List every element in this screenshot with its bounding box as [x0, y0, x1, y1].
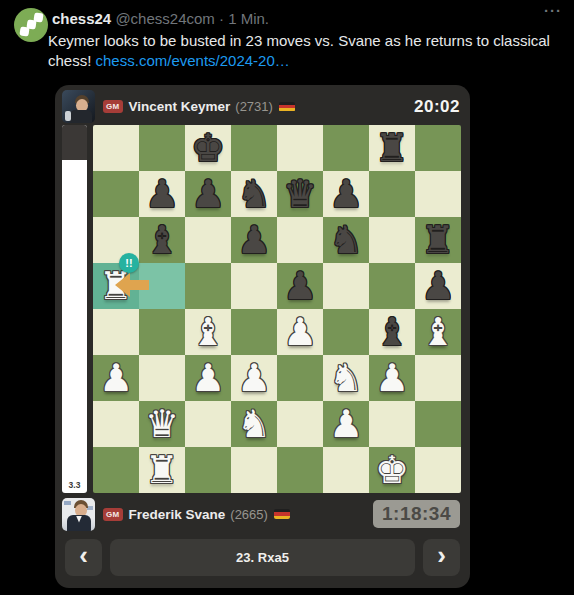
chess-broadcast-card[interactable]: GM Vincent Keymer (2731) 20:02 3.3 ♚♜♟♟♞… [55, 85, 470, 588]
top-player-rating: (2731) [235, 99, 273, 114]
piece-black-pawn[interactable]: ♟ [139, 171, 185, 217]
top-player-avatar [62, 90, 95, 123]
piece-black-pawn[interactable]: ♟ [231, 217, 277, 263]
piece-white-rook[interactable]: ♜ [139, 447, 185, 493]
piece-black-king[interactable]: ♚ [185, 125, 231, 171]
square-g1[interactable]: ♚ [369, 447, 415, 493]
square-g8[interactable]: ♜ [369, 125, 415, 171]
tweet-header: chess24 @chess24com · 1 Min. [52, 10, 269, 27]
previous-move-button[interactable]: ‹ [65, 539, 102, 576]
piece-white-rook[interactable]: ♜ [93, 263, 139, 309]
move-navigation: ‹ 23. Rxa5 › [65, 539, 460, 576]
square-b3[interactable] [139, 355, 185, 401]
board-zone: 3.3 ♚♜♟♟♞♛♟♝♟♞♜♜♟♟♝♟♝♝♟♟♟♞♟♛♞♟♜♚ !! [62, 125, 463, 493]
square-h8[interactable] [415, 125, 461, 171]
square-d8[interactable] [231, 125, 277, 171]
piece-white-pawn[interactable]: ♟ [93, 355, 139, 401]
square-a2[interactable] [93, 401, 139, 447]
square-e4[interactable]: ♟ [277, 309, 323, 355]
piece-white-pawn[interactable]: ♟ [369, 355, 415, 401]
square-c5[interactable] [185, 263, 231, 309]
square-g4[interactable]: ♝ [369, 309, 415, 355]
square-e3[interactable] [277, 355, 323, 401]
square-h3[interactable] [415, 355, 461, 401]
square-c2[interactable] [185, 401, 231, 447]
square-a3[interactable]: ♟ [93, 355, 139, 401]
square-a7[interactable] [93, 171, 139, 217]
piece-black-bishop[interactable]: ♝ [139, 217, 185, 263]
square-c7[interactable]: ♟ [185, 171, 231, 217]
gm-title-badge: GM [103, 508, 123, 521]
chevron-right-icon: › [437, 540, 446, 571]
piece-black-pawn[interactable]: ♟ [185, 171, 231, 217]
tweet-text: Keymer looks to be busted in 23 moves vs… [48, 31, 563, 71]
author-handle[interactable]: @chess24com [115, 10, 214, 27]
logo-step-icon [33, 12, 43, 22]
square-e6[interactable] [277, 217, 323, 263]
square-b8[interactable] [139, 125, 185, 171]
square-b4[interactable] [139, 309, 185, 355]
square-d1[interactable] [231, 447, 277, 493]
square-b5[interactable] [139, 263, 185, 309]
square-h4[interactable]: ♝ [415, 309, 461, 355]
tweet-link[interactable]: chess.com/events/2024-20… [96, 52, 290, 69]
piece-white-knight[interactable]: ♞ [231, 401, 277, 447]
piece-black-pawn[interactable]: ♟ [415, 263, 461, 309]
square-g7[interactable] [369, 171, 415, 217]
german-flag-icon [274, 509, 290, 519]
piece-black-rook[interactable]: ♜ [369, 125, 415, 171]
piece-white-pawn[interactable]: ♟ [323, 401, 369, 447]
piece-white-pawn[interactable]: ♟ [231, 355, 277, 401]
square-b7[interactable]: ♟ [139, 171, 185, 217]
piece-black-knight[interactable]: ♞ [323, 217, 369, 263]
square-e1[interactable] [277, 447, 323, 493]
square-d5[interactable] [231, 263, 277, 309]
square-h2[interactable] [415, 401, 461, 447]
evaluation-black-portion [62, 125, 87, 160]
square-b2[interactable]: ♛ [139, 401, 185, 447]
square-e7[interactable]: ♛ [277, 171, 323, 217]
piece-black-knight[interactable]: ♞ [231, 171, 277, 217]
square-h7[interactable] [415, 171, 461, 217]
square-d6[interactable]: ♟ [231, 217, 277, 263]
piece-white-pawn[interactable]: ♟ [277, 309, 323, 355]
bottom-player-name: Frederik Svane [129, 507, 226, 522]
piece-white-queen[interactable]: ♛ [139, 401, 185, 447]
top-player-bar: GM Vincent Keymer (2731) 20:02 [55, 88, 470, 125]
square-d7[interactable]: ♞ [231, 171, 277, 217]
piece-black-pawn[interactable]: ♟ [323, 171, 369, 217]
avatar-art [64, 501, 71, 505]
square-f6[interactable]: ♞ [323, 217, 369, 263]
evaluation-value: 3.3 [62, 480, 87, 490]
square-h6[interactable]: ♜ [415, 217, 461, 263]
square-h5[interactable]: ♟ [415, 263, 461, 309]
square-f2[interactable]: ♟ [323, 401, 369, 447]
square-e5[interactable]: ♟ [277, 263, 323, 309]
chess-board[interactable]: ♚♜♟♟♞♛♟♝♟♞♜♜♟♟♝♟♝♝♟♟♟♞♟♛♞♟♜♚ [93, 125, 461, 493]
square-f4[interactable] [323, 309, 369, 355]
square-g5[interactable] [369, 263, 415, 309]
piece-white-king[interactable]: ♚ [369, 447, 415, 493]
move-label: 23. Rxa5 [236, 550, 289, 565]
square-d2[interactable]: ♞ [231, 401, 277, 447]
chess24-logo-avatar[interactable] [14, 8, 48, 42]
square-d4[interactable] [231, 309, 277, 355]
square-f7[interactable]: ♟ [323, 171, 369, 217]
square-b6[interactable]: ♝ [139, 217, 185, 263]
square-a8[interactable] [93, 125, 139, 171]
square-g3[interactable]: ♟ [369, 355, 415, 401]
square-f1[interactable] [323, 447, 369, 493]
square-e2[interactable] [277, 401, 323, 447]
piece-white-bishop[interactable]: ♝ [185, 309, 231, 355]
square-c1[interactable] [185, 447, 231, 493]
piece-black-rook[interactable]: ♜ [415, 217, 461, 263]
piece-white-bishop[interactable]: ♝ [415, 309, 461, 355]
avatar-art [70, 110, 92, 123]
tweet-timestamp: 1 Min. [228, 10, 269, 27]
current-move-button[interactable]: 23. Rxa5 [110, 539, 415, 576]
square-a5[interactable]: ♜ [93, 263, 139, 309]
microphone-art [65, 111, 71, 121]
square-f8[interactable] [323, 125, 369, 171]
square-f3[interactable]: ♞ [323, 355, 369, 401]
evaluation-bar: 3.3 [62, 125, 87, 493]
piece-black-bishop[interactable]: ♝ [369, 309, 415, 355]
square-a4[interactable] [93, 309, 139, 355]
separator-dot: · [219, 10, 224, 27]
bottom-player-bar: GM Frederik Svane (2665) 1:18:34 [55, 494, 470, 534]
piece-white-pawn[interactable]: ♟ [185, 355, 231, 401]
square-h1[interactable] [415, 447, 461, 493]
german-flag-icon [279, 102, 295, 112]
square-c4[interactable]: ♝ [185, 309, 231, 355]
square-d3[interactable]: ♟ [231, 355, 277, 401]
gm-title-badge: GM [103, 100, 123, 113]
top-player-name: Vincent Keymer [129, 99, 231, 114]
square-b1[interactable]: ♜ [139, 447, 185, 493]
top-player-clock: 20:02 [414, 97, 460, 117]
next-move-button[interactable]: › [423, 539, 460, 576]
bottom-player-clock: 1:18:34 [373, 500, 460, 528]
author-name[interactable]: chess24 [52, 10, 111, 27]
more-options-icon[interactable]: ··· [544, 2, 562, 19]
square-a6[interactable] [93, 217, 139, 263]
square-a1[interactable] [93, 447, 139, 493]
bottom-player-avatar [62, 498, 95, 531]
square-g2[interactable] [369, 401, 415, 447]
chevron-left-icon: ‹ [79, 540, 88, 571]
square-c3[interactable]: ♟ [185, 355, 231, 401]
piece-black-queen[interactable]: ♛ [277, 171, 323, 217]
piece-white-knight[interactable]: ♞ [323, 355, 369, 401]
square-e8[interactable] [277, 125, 323, 171]
square-g6[interactable] [369, 217, 415, 263]
square-c6[interactable] [185, 217, 231, 263]
square-c8[interactable]: ♚ [185, 125, 231, 171]
bottom-player-rating: (2665) [230, 507, 268, 522]
piece-black-pawn[interactable]: ♟ [277, 263, 323, 309]
square-f5[interactable] [323, 263, 369, 309]
